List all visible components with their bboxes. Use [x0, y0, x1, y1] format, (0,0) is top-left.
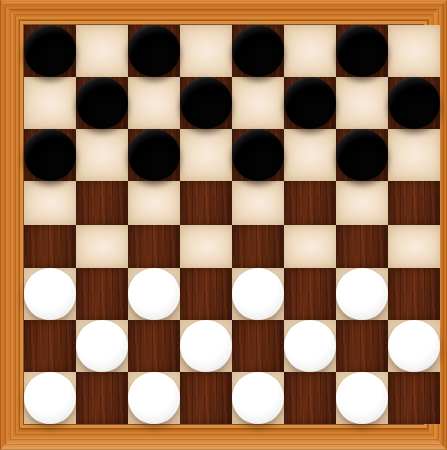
square-d6[interactable]	[180, 129, 232, 181]
square-b5[interactable]	[76, 181, 128, 225]
white-checker-piece[interactable]	[76, 320, 128, 372]
square-a3[interactable]	[24, 268, 76, 320]
square-g7[interactable]	[336, 77, 388, 129]
square-b3[interactable]	[76, 268, 128, 320]
square-g8[interactable]	[336, 25, 388, 77]
square-e8[interactable]	[232, 25, 284, 77]
square-h7[interactable]	[388, 77, 440, 129]
square-f5[interactable]	[284, 181, 336, 225]
square-c5[interactable]	[128, 181, 180, 225]
square-f1[interactable]	[284, 372, 336, 424]
white-checker-piece[interactable]	[284, 320, 336, 372]
white-checker-piece[interactable]	[24, 268, 76, 320]
black-checker-piece[interactable]	[336, 25, 388, 77]
square-a6[interactable]	[24, 129, 76, 181]
square-g5[interactable]	[336, 181, 388, 225]
square-h4[interactable]	[388, 225, 440, 269]
white-checker-piece[interactable]	[128, 372, 180, 424]
square-e7[interactable]	[232, 77, 284, 129]
square-g2[interactable]	[336, 320, 388, 372]
square-f8[interactable]	[284, 25, 336, 77]
white-checker-piece[interactable]	[180, 320, 232, 372]
black-checker-piece[interactable]	[388, 77, 440, 129]
white-checker-piece[interactable]	[128, 268, 180, 320]
square-d3[interactable]	[180, 268, 232, 320]
square-b6[interactable]	[76, 129, 128, 181]
checkers-board	[24, 25, 423, 424]
square-c4[interactable]	[128, 225, 180, 269]
square-a4[interactable]	[24, 225, 76, 269]
square-d5[interactable]	[180, 181, 232, 225]
square-f2[interactable]	[284, 320, 336, 372]
square-f3[interactable]	[284, 268, 336, 320]
square-h2[interactable]	[388, 320, 440, 372]
square-a8[interactable]	[24, 25, 76, 77]
square-f7[interactable]	[284, 77, 336, 129]
square-g6[interactable]	[336, 129, 388, 181]
black-checker-piece[interactable]	[24, 129, 76, 181]
square-e5[interactable]	[232, 181, 284, 225]
black-checker-piece[interactable]	[128, 129, 180, 181]
black-checker-piece[interactable]	[128, 25, 180, 77]
white-checker-piece[interactable]	[388, 320, 440, 372]
square-a5[interactable]	[24, 181, 76, 225]
square-h5[interactable]	[388, 181, 440, 225]
square-h3[interactable]	[388, 268, 440, 320]
black-checker-piece[interactable]	[336, 129, 388, 181]
square-c3[interactable]	[128, 268, 180, 320]
square-h1[interactable]	[388, 372, 440, 424]
white-checker-piece[interactable]	[24, 372, 76, 424]
square-b8[interactable]	[76, 25, 128, 77]
square-e6[interactable]	[232, 129, 284, 181]
black-checker-piece[interactable]	[76, 77, 128, 129]
black-checker-piece[interactable]	[232, 129, 284, 181]
square-e4[interactable]	[232, 225, 284, 269]
board-frame-left	[0, 0, 24, 450]
square-d2[interactable]	[180, 320, 232, 372]
square-g1[interactable]	[336, 372, 388, 424]
white-checker-piece[interactable]	[336, 268, 388, 320]
square-a2[interactable]	[24, 320, 76, 372]
square-c2[interactable]	[128, 320, 180, 372]
square-c7[interactable]	[128, 77, 180, 129]
square-e2[interactable]	[232, 320, 284, 372]
square-e1[interactable]	[232, 372, 284, 424]
square-f6[interactable]	[284, 129, 336, 181]
square-b7[interactable]	[76, 77, 128, 129]
square-g3[interactable]	[336, 268, 388, 320]
square-g4[interactable]	[336, 225, 388, 269]
square-d7[interactable]	[180, 77, 232, 129]
white-checker-piece[interactable]	[336, 372, 388, 424]
black-checker-piece[interactable]	[284, 77, 336, 129]
square-a1[interactable]	[24, 372, 76, 424]
square-b1[interactable]	[76, 372, 128, 424]
square-d8[interactable]	[180, 25, 232, 77]
checkers-game-photo	[0, 0, 447, 450]
square-d4[interactable]	[180, 225, 232, 269]
square-a7[interactable]	[24, 77, 76, 129]
square-h8[interactable]	[388, 25, 440, 77]
square-c1[interactable]	[128, 372, 180, 424]
black-checker-piece[interactable]	[180, 77, 232, 129]
square-h6[interactable]	[388, 129, 440, 181]
square-c8[interactable]	[128, 25, 180, 77]
white-checker-piece[interactable]	[232, 372, 284, 424]
black-checker-piece[interactable]	[232, 25, 284, 77]
square-d1[interactable]	[180, 372, 232, 424]
square-f4[interactable]	[284, 225, 336, 269]
white-checker-piece[interactable]	[232, 268, 284, 320]
board-frame-top	[0, 0, 447, 25]
black-checker-piece[interactable]	[24, 25, 76, 77]
square-b4[interactable]	[76, 225, 128, 269]
square-b2[interactable]	[76, 320, 128, 372]
square-e3[interactable]	[232, 268, 284, 320]
board-frame-bottom	[0, 424, 447, 450]
square-c6[interactable]	[128, 129, 180, 181]
